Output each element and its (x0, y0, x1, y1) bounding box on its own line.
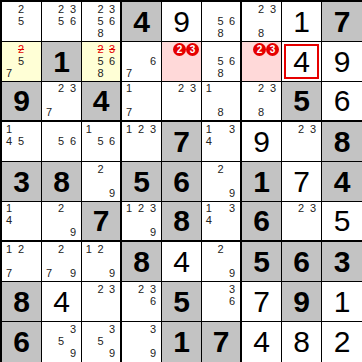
candidate: 4 (203, 135, 215, 147)
cell-r9c3[interactable]: 359 (82, 322, 122, 362)
candidate: 2 (255, 83, 267, 95)
candidate: 5 (95, 335, 107, 347)
candidate: 2 (295, 203, 307, 215)
cell-r4c1[interactable]: 145 (2, 122, 42, 162)
candidate-grid: 238 (243, 83, 279, 118)
candidate: 9 (226, 267, 238, 279)
candidate-grid: 39 (123, 323, 159, 360)
candidate: 6 (106, 135, 118, 147)
cell-r8c2[interactable]: 4 (42, 282, 82, 322)
candidate: 2 (55, 203, 67, 215)
candidate: 5 (55, 135, 67, 147)
cell-r3c9[interactable]: 6 (322, 82, 362, 122)
cell-r5c3[interactable]: 29 (82, 162, 122, 202)
candidate: 3 (187, 83, 199, 95)
candidate: 3 (226, 203, 238, 215)
solved-digit: 4 (173, 247, 190, 277)
candidate-grid: 568 (203, 3, 238, 39)
cell-r6c5[interactable]: 8 (162, 202, 202, 242)
candidate: 3 (106, 283, 118, 295)
candidate: 5 (215, 55, 227, 67)
given-digit: 6 (13, 327, 30, 357)
candidate: 8 (215, 106, 227, 118)
solved-digit: 1 (334, 287, 351, 317)
cell-r8c7[interactable]: 7 (242, 282, 282, 322)
candidate: 9 (226, 187, 238, 199)
cell-r8c1[interactable]: 8 (2, 282, 42, 322)
candidate: 2 (135, 283, 147, 295)
candidate: 3 (106, 3, 118, 15)
given-digit: 8 (334, 127, 351, 157)
candidate: 5 (55, 15, 67, 27)
cell-r8c6[interactable]: 36 (202, 282, 242, 322)
candidate-grid: 23 (243, 43, 279, 79)
cell-r1c2[interactable]: 2356 (42, 2, 82, 42)
candidate-grid: 23568 (83, 43, 118, 79)
cell-r8c3[interactable]: 23 (82, 282, 122, 322)
cell-r3c7[interactable]: 238 (242, 82, 282, 122)
candidate: 6 (106, 55, 118, 67)
candidate: 3 (106, 323, 118, 335)
cell-r9c8[interactable]: 8 (282, 322, 322, 362)
candidate: 6 (226, 55, 238, 67)
candidate: 5 (15, 55, 27, 67)
candidate-grid: 257 (3, 43, 39, 79)
given-digit: 7 (334, 7, 351, 37)
candidate: 1 (123, 123, 135, 135)
candidate: 9 (106, 348, 118, 360)
candidate-grid: 18 (203, 83, 238, 118)
cell-r1c1[interactable]: 25 (2, 2, 42, 42)
candidate: 6 (67, 15, 79, 27)
candidate-grid: 134 (203, 203, 238, 238)
cell-r9c2[interactable]: 359 (42, 322, 82, 362)
candidate-grid: 29 (83, 163, 118, 199)
candidate-grid: 23 (163, 43, 199, 79)
cell-r7c1[interactable]: 127 (2, 242, 42, 282)
candidate-circled: 3 (266, 43, 279, 56)
given-digit: 8 (173, 206, 190, 236)
candidate: 7 (3, 267, 15, 279)
solved-digit: 4 (53, 287, 70, 317)
candidate-grid: 23 (283, 203, 319, 238)
cell-r1c3[interactable]: 23568 (82, 2, 122, 42)
solved-digit: 2 (334, 327, 351, 357)
given-digit: 7 (93, 206, 110, 236)
given-digit: 5 (133, 167, 150, 197)
candidate-eliminated: 3 (106, 43, 118, 55)
candidate-grid: 238 (243, 3, 279, 39)
cell-r8c4[interactable]: 236 (122, 282, 162, 322)
cell-r9c6[interactable]: 7 (202, 322, 242, 362)
cell-r7c9[interactable]: 3 (322, 242, 362, 282)
candidate: 3 (147, 203, 159, 215)
candidate: 5 (95, 55, 107, 67)
cell-r7c8[interactable]: 6 (282, 242, 322, 282)
candidate: 4 (3, 215, 15, 227)
cell-r9c1[interactable]: 6 (2, 322, 42, 362)
cell-r9c7[interactable]: 4 (242, 322, 282, 362)
cell-r3c3[interactable]: 4 (82, 82, 122, 122)
cell-r3c5[interactable]: 23 (162, 82, 202, 122)
candidate-grid: 568 (203, 43, 238, 79)
solved-digit: 7 (253, 287, 270, 317)
cell-r7c7[interactable]: 5 (242, 242, 282, 282)
cell-r3c8[interactable]: 5 (282, 82, 322, 122)
candidate: 1 (123, 83, 135, 95)
cell-r5c2[interactable]: 8 (42, 162, 82, 202)
candidate-circled: 2 (253, 43, 266, 56)
candidate: 8 (215, 67, 227, 79)
cell-r1c8[interactable]: 1 (282, 2, 322, 42)
cell-r7c2[interactable]: 279 (42, 242, 82, 282)
candidate: 9 (67, 348, 79, 360)
candidate: 2 (95, 283, 107, 295)
solved-digit: 9 (173, 7, 190, 37)
given-digit: 3 (13, 167, 30, 197)
candidate-grid: 359 (43, 323, 79, 360)
candidate: 3 (67, 83, 79, 95)
candidate: 1 (203, 123, 215, 135)
cell-r7c4[interactable]: 8 (122, 242, 162, 282)
candidate-grid: 29 (203, 163, 238, 199)
candidate: 2 (215, 243, 227, 255)
cell-r5c6[interactable]: 29 (202, 162, 242, 202)
solved-digit: 9 (253, 127, 270, 157)
cell-r4c3[interactable]: 156 (82, 122, 122, 162)
cell-r8c9[interactable]: 1 (322, 282, 362, 322)
cell-r9c4[interactable]: 39 (122, 322, 162, 362)
cell-r3c6[interactable]: 18 (202, 82, 242, 122)
cell-r7c3[interactable]: 129 (82, 242, 122, 282)
sudoku-board: 2523562356849568238172571235686723568234… (0, 0, 362, 362)
solved-digit: 8 (293, 327, 310, 357)
candidate-grid: 127 (3, 243, 39, 279)
candidate: 2 (55, 83, 67, 95)
candidate: 2 (15, 3, 27, 15)
candidate: 3 (267, 3, 279, 15)
cell-r2c6[interactable]: 568 (202, 42, 242, 82)
solved-digit: 4 (293, 47, 310, 77)
candidate: 3 (226, 283, 238, 295)
candidate: 2 (95, 3, 107, 15)
candidate-circled: 2 (173, 43, 186, 56)
cell-r1c4[interactable]: 4 (122, 2, 162, 42)
candidate: 6 (226, 15, 238, 27)
candidate: 4 (3, 135, 15, 147)
candidate: 3 (307, 203, 319, 215)
solved-digit: 1 (293, 7, 310, 37)
cell-r4c2[interactable]: 56 (42, 122, 82, 162)
candidate: 3 (307, 123, 319, 135)
candidate: 9 (147, 226, 159, 238)
candidate: 6 (67, 135, 79, 147)
cell-r2c9[interactable]: 9 (322, 42, 362, 82)
cell-r2c1[interactable]: 257 (2, 42, 42, 82)
candidate: 7 (3, 67, 15, 79)
cell-r8c5[interactable]: 5 (162, 282, 202, 322)
candidate-grid: 23 (83, 283, 118, 319)
cell-r7c5[interactable]: 4 (162, 242, 202, 282)
candidate: 8 (215, 27, 227, 39)
cell-r4c5[interactable]: 7 (162, 122, 202, 162)
candidate: 5 (15, 15, 27, 27)
given-digit: 7 (173, 127, 190, 157)
cell-r9c5[interactable]: 1 (162, 322, 202, 362)
cell-r5c9[interactable]: 4 (322, 162, 362, 202)
candidate: 8 (95, 27, 107, 39)
cell-r3c2[interactable]: 237 (42, 82, 82, 122)
candidate-grid: 23 (163, 83, 199, 118)
cell-r6c2[interactable]: 29 (42, 202, 82, 242)
candidate: 4 (203, 215, 215, 227)
candidate: 1 (203, 203, 215, 215)
given-digit: 7 (213, 327, 230, 357)
cell-r5c8[interactable]: 7 (282, 162, 322, 202)
candidate-grid: 23568 (83, 3, 118, 39)
cell-r2c3[interactable]: 23568 (82, 42, 122, 82)
candidate: 6 (147, 55, 159, 67)
candidate: 5 (95, 15, 107, 27)
candidate-grid: 2356 (43, 3, 79, 39)
candidate-grid: 156 (83, 123, 118, 159)
candidate: 2 (135, 123, 147, 135)
cell-r6c3[interactable]: 7 (82, 202, 122, 242)
cell-r8c8[interactable]: 9 (282, 282, 322, 322)
candidate-grid: 279 (43, 243, 79, 279)
cell-r2c2[interactable]: 1 (42, 42, 82, 82)
given-digit: 6 (293, 247, 310, 277)
cell-r6c6[interactable]: 134 (202, 202, 242, 242)
candidate: 8 (255, 27, 267, 39)
cell-r6c1[interactable]: 14 (2, 202, 42, 242)
candidate: 2 (95, 243, 107, 255)
candidate-grid: 23 (283, 123, 319, 159)
cell-r6c7[interactable]: 6 (242, 202, 282, 242)
candidate-grid: 25 (3, 3, 39, 39)
cell-r2c5[interactable]: 23 (162, 42, 202, 82)
candidate-grid: 17 (123, 83, 159, 118)
candidate: 1 (203, 83, 215, 95)
given-digit: 1 (53, 47, 70, 77)
given-digit: 4 (133, 7, 150, 37)
candidate: 1 (3, 203, 15, 215)
candidate: 8 (255, 106, 267, 118)
cell-r2c7[interactable]: 23 (242, 42, 282, 82)
candidate: 2 (135, 203, 147, 215)
given-digit: 6 (253, 206, 270, 236)
cell-r6c4[interactable]: 1239 (122, 202, 162, 242)
solved-digit: 7 (293, 167, 310, 197)
candidate: 5 (15, 135, 27, 147)
candidate: 7 (43, 267, 55, 279)
cell-r5c1[interactable]: 3 (2, 162, 42, 202)
candidate-grid: 1239 (123, 203, 159, 238)
cell-r4c9[interactable]: 8 (322, 122, 362, 162)
cell-r1c6[interactable]: 568 (202, 2, 242, 42)
solved-digit: 9 (334, 47, 351, 77)
candidate-grid: 36 (203, 283, 238, 319)
candidate: 6 (106, 15, 118, 27)
candidate: 3 (67, 323, 79, 335)
candidate-grid: 237 (43, 83, 79, 118)
candidate: 1 (3, 243, 15, 255)
candidate: 5 (95, 135, 107, 147)
candidate-eliminated: 2 (15, 43, 27, 55)
cell-r4c7[interactable]: 9 (242, 122, 282, 162)
candidate: 1 (83, 123, 95, 135)
cell-r3c1[interactable]: 9 (2, 82, 42, 122)
cell-r3c4[interactable]: 17 (122, 82, 162, 122)
cell-r1c9[interactable]: 7 (322, 2, 362, 42)
candidate-grid: 145 (3, 123, 39, 159)
candidate-grid: 29 (43, 203, 79, 238)
candidate: 9 (67, 226, 79, 238)
cell-r2c8[interactable]: 4 (282, 42, 322, 82)
given-digit: 4 (93, 86, 110, 116)
candidate: 6 (147, 295, 159, 307)
candidate: 2 (55, 243, 67, 255)
candidate: 2 (255, 3, 267, 15)
candidate: 2 (95, 163, 107, 175)
candidate-grid: 129 (83, 243, 118, 279)
candidate: 2 (15, 243, 27, 255)
candidate-grid: 29 (203, 243, 238, 279)
candidate: 8 (95, 67, 107, 79)
candidate: 2 (295, 123, 307, 135)
given-digit: 1 (253, 167, 270, 197)
candidate: 5 (215, 15, 227, 27)
candidate: 2 (215, 163, 227, 175)
candidate-grid: 14 (3, 203, 39, 238)
cell-r4c6[interactable]: 134 (202, 122, 242, 162)
cell-r5c4[interactable]: 5 (122, 162, 162, 202)
cell-r9c9[interactable]: 2 (322, 322, 362, 362)
cell-r1c5[interactable]: 9 (162, 2, 202, 42)
candidate: 3 (267, 83, 279, 95)
candidate: 2 (175, 83, 187, 95)
candidate-grid: 123 (123, 123, 159, 159)
candidate: 3 (147, 323, 159, 335)
candidate: 2 (55, 3, 67, 15)
given-digit: 5 (253, 247, 270, 277)
candidate: 6 (226, 295, 238, 307)
candidate: 3 (147, 123, 159, 135)
given-digit: 3 (334, 247, 351, 277)
cell-r4c4[interactable]: 123 (122, 122, 162, 162)
candidate: 1 (123, 203, 135, 215)
given-digit: 1 (173, 327, 190, 357)
solved-digit: 4 (253, 327, 270, 357)
given-digit: 5 (293, 86, 310, 116)
cell-r1c7[interactable]: 238 (242, 2, 282, 42)
cell-r6c8[interactable]: 23 (282, 202, 322, 242)
candidate: 1 (3, 123, 15, 135)
candidate: 9 (106, 267, 118, 279)
candidate-grid: 236 (123, 283, 159, 319)
cell-r7c6[interactable]: 29 (202, 242, 242, 282)
given-digit: 4 (334, 167, 351, 197)
given-digit: 8 (133, 247, 150, 277)
solved-digit: 5 (334, 206, 351, 236)
candidate: 3 (226, 123, 238, 135)
solved-digit: 6 (334, 86, 351, 116)
cell-r5c5[interactable]: 6 (162, 162, 202, 202)
given-digit: 6 (173, 167, 190, 197)
given-digit: 9 (13, 86, 30, 116)
candidate-grid: 56 (43, 123, 79, 159)
cell-r6c9[interactable]: 5 (322, 202, 362, 242)
candidate: 5 (55, 335, 67, 347)
candidate: 7 (123, 67, 135, 79)
candidate-grid: 67 (123, 43, 159, 79)
candidate: 1 (83, 243, 95, 255)
candidate-eliminated: 2 (95, 43, 107, 55)
candidate: 9 (106, 187, 118, 199)
given-digit: 8 (13, 287, 30, 317)
candidate: 3 (147, 283, 159, 295)
candidate: 9 (147, 348, 159, 360)
candidate-circled: 3 (186, 43, 199, 56)
candidate: 9 (67, 267, 79, 279)
candidate-grid: 134 (203, 123, 238, 159)
cell-r5c7[interactable]: 1 (242, 162, 282, 202)
candidate-grid: 359 (83, 323, 118, 360)
cell-r2c4[interactable]: 67 (122, 42, 162, 82)
cell-r4c8[interactable]: 23 (282, 122, 322, 162)
candidate: 7 (43, 106, 55, 118)
candidate: 7 (123, 106, 135, 118)
given-digit: 8 (53, 167, 70, 197)
candidate: 3 (67, 3, 79, 15)
given-digit: 9 (293, 287, 310, 317)
given-digit: 5 (173, 287, 190, 317)
